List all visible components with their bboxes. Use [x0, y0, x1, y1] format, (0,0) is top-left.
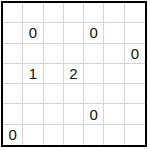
cell-r6c2[interactable] — [44, 125, 64, 145]
cell-r4c4[interactable] — [84, 84, 104, 104]
cell-r5c6[interactable] — [125, 104, 145, 124]
cell-r2c0[interactable] — [3, 44, 23, 64]
cell-r2c1[interactable] — [23, 44, 43, 64]
cell-r5c5[interactable] — [104, 104, 124, 124]
cell-r6c6[interactable] — [125, 125, 145, 145]
cell-r2c2[interactable] — [44, 44, 64, 64]
cell-r0c3[interactable] — [64, 3, 84, 23]
cell-r0c5[interactable] — [104, 3, 124, 23]
cell-r1c2[interactable] — [44, 23, 64, 43]
cell-r5c0[interactable] — [3, 104, 23, 124]
clue-cell-r5c4: 0 — [84, 104, 104, 124]
cell-r4c5[interactable] — [104, 84, 124, 104]
cell-r2c4[interactable] — [84, 44, 104, 64]
cell-r4c6[interactable] — [125, 84, 145, 104]
clue-cell-r6c0: 0 — [3, 125, 23, 145]
cell-r0c1[interactable] — [23, 3, 43, 23]
cell-r1c6[interactable] — [125, 23, 145, 43]
clue-cell-r3c3: 2 — [64, 64, 84, 84]
cell-r4c2[interactable] — [44, 84, 64, 104]
cell-r3c5[interactable] — [104, 64, 124, 84]
cell-r6c1[interactable] — [23, 125, 43, 145]
clue-cell-r2c6: 0 — [125, 44, 145, 64]
cell-r5c2[interactable] — [44, 104, 64, 124]
cell-r4c3[interactable] — [64, 84, 84, 104]
cell-r0c6[interactable] — [125, 3, 145, 23]
cell-r0c0[interactable] — [3, 3, 23, 23]
cell-r3c0[interactable] — [3, 64, 23, 84]
cell-r1c3[interactable] — [64, 23, 84, 43]
cell-r5c1[interactable] — [23, 104, 43, 124]
cell-r6c5[interactable] — [104, 125, 124, 145]
cell-r2c3[interactable] — [64, 44, 84, 64]
cell-r6c3[interactable] — [64, 125, 84, 145]
puzzle-board: 0001200 — [1, 1, 147, 147]
clue-cell-r1c4: 0 — [84, 23, 104, 43]
cell-r0c2[interactable] — [44, 3, 64, 23]
cell-r1c5[interactable] — [104, 23, 124, 43]
clue-cell-r3c1: 1 — [23, 64, 43, 84]
cell-r1c0[interactable] — [3, 23, 23, 43]
cell-r5c3[interactable] — [64, 104, 84, 124]
cell-r3c4[interactable] — [84, 64, 104, 84]
cell-r0c4[interactable] — [84, 3, 104, 23]
cell-r3c6[interactable] — [125, 64, 145, 84]
cell-r2c5[interactable] — [104, 44, 124, 64]
cell-r3c2[interactable] — [44, 64, 64, 84]
cell-r4c1[interactable] — [23, 84, 43, 104]
cell-r6c4[interactable] — [84, 125, 104, 145]
cell-r4c0[interactable] — [3, 84, 23, 104]
clue-cell-r1c1: 0 — [23, 23, 43, 43]
